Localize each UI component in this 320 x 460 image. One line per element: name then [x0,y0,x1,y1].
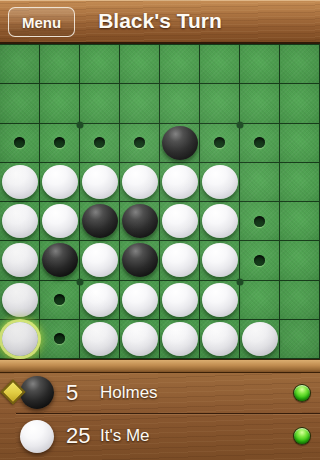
legal-move-indicator [254,216,265,227]
legal-move-indicator [54,137,65,148]
legal-move-indicator [134,137,145,148]
legal-move-indicator [254,137,265,148]
cell-r1c1[interactable] [0,45,40,84]
player-row-black: 5 Holmes [0,373,320,412]
cell-r4c4[interactable] [120,163,160,202]
cell-r2c1[interactable] [0,84,40,123]
cell-r2c7[interactable] [240,84,280,123]
cell-r7c4[interactable] [120,281,160,320]
white-disc [122,283,158,317]
cell-r6c4[interactable] [120,241,160,280]
game-board [0,44,320,359]
white-disc [2,283,38,317]
cell-r3c1[interactable] [0,124,40,163]
cell-r1c8[interactable] [280,45,320,84]
black-disc [162,126,198,160]
cell-r7c1[interactable] [0,281,40,320]
cell-r2c3[interactable] [80,84,120,123]
white-disc [122,322,158,356]
cell-r4c8[interactable] [280,163,320,202]
star-point [77,278,84,285]
cell-r1c5[interactable] [160,45,200,84]
score-panel: 5 Holmes 25 It's Me [0,373,320,460]
white-disc [162,243,198,277]
white-disc [82,165,118,199]
legal-move-indicator [94,137,105,148]
black-disc [42,243,78,277]
cell-r6c7[interactable] [240,241,280,280]
cell-r5c6[interactable] [200,202,240,241]
board-bottom-rail [0,359,320,373]
cell-r8c2[interactable] [40,320,80,359]
white-disc [82,322,118,356]
cell-r1c4[interactable] [120,45,160,84]
white-disc-icon [20,420,54,453]
cell-r7c2[interactable] [40,281,80,320]
cell-r4c5[interactable] [160,163,200,202]
cell-r5c2[interactable] [40,202,80,241]
star-point [237,121,244,128]
cell-r3c3[interactable] [80,124,120,163]
cell-r2c5[interactable] [160,84,200,123]
cell-r3c7[interactable] [240,124,280,163]
cell-r5c3[interactable] [80,202,120,241]
cell-r8c5[interactable] [160,320,200,359]
cell-r1c3[interactable] [80,45,120,84]
cell-r7c8[interactable] [280,281,320,320]
white-disc [202,283,238,317]
cell-r6c5[interactable] [160,241,200,280]
cell-r8c4[interactable] [120,320,160,359]
cell-r6c6[interactable] [200,241,240,280]
cell-r4c3[interactable] [80,163,120,202]
cell-r1c6[interactable] [200,45,240,84]
legal-move-indicator [214,137,225,148]
cell-r6c1[interactable] [0,241,40,280]
cell-r5c5[interactable] [160,202,200,241]
white-disc [162,165,198,199]
black-player-name: Holmes [100,383,158,403]
white-disc [202,165,238,199]
cell-r3c2[interactable] [40,124,80,163]
star-point [77,121,84,128]
cell-r2c8[interactable] [280,84,320,123]
white-disc [202,204,238,238]
cell-r5c1[interactable] [0,202,40,241]
legal-move-indicator [254,255,265,266]
white-score: 25 [66,423,100,449]
cell-r5c8[interactable] [280,202,320,241]
cell-r8c7[interactable] [240,320,280,359]
white-disc [82,283,118,317]
cell-r1c2[interactable] [40,45,80,84]
white-disc [122,165,158,199]
black-disc [82,204,118,238]
nav-bar: Menu Black's Turn [0,0,320,44]
white-disc [2,204,38,238]
cell-r4c7[interactable] [240,163,280,202]
cell-r1c7[interactable] [240,45,280,84]
cell-r8c1[interactable] [0,320,40,359]
white-row-led-icon [293,427,311,445]
cell-r4c2[interactable] [40,163,80,202]
white-player-name: It's Me [100,426,150,446]
legal-move-indicator [54,294,65,305]
cell-r6c8[interactable] [280,241,320,280]
cell-r5c7[interactable] [240,202,280,241]
cell-r4c1[interactable] [0,163,40,202]
player-row-white: 25 It's Me [0,414,320,458]
black-score: 5 [66,380,100,406]
cell-r6c2[interactable] [40,241,80,280]
white-disc [202,243,238,277]
cell-r7c5[interactable] [160,281,200,320]
white-disc [202,322,238,356]
white-disc [2,243,38,277]
cell-r7c3[interactable] [80,281,120,320]
white-disc [82,243,118,277]
cell-r3c8[interactable] [280,124,320,163]
cell-r4c6[interactable] [200,163,240,202]
white-disc-last-move [2,322,38,356]
white-disc [2,165,38,199]
legal-move-indicator [54,333,65,344]
black-disc [122,204,158,238]
cell-r8c8[interactable] [280,320,320,359]
cell-r6c3[interactable] [80,241,120,280]
star-point [237,278,244,285]
black-row-led-icon [293,384,311,402]
white-disc [162,283,198,317]
menu-button[interactable]: Menu [8,7,75,37]
cell-r8c6[interactable] [200,320,240,359]
white-disc [162,204,198,238]
black-disc [122,243,158,277]
cell-r2c6[interactable] [200,84,240,123]
white-disc [42,165,78,199]
cell-r7c6[interactable] [200,281,240,320]
white-disc [42,204,78,238]
white-disc [162,322,198,356]
cell-r5c4[interactable] [120,202,160,241]
cell-r7c7[interactable] [240,281,280,320]
cell-r3c5[interactable] [160,124,200,163]
othello-app: Menu Black's Turn 5 Holmes 25 It's Me [0,0,320,460]
legal-move-indicator [14,137,25,148]
cell-r3c6[interactable] [200,124,240,163]
cell-r3c4[interactable] [120,124,160,163]
cell-r8c3[interactable] [80,320,120,359]
cell-r2c2[interactable] [40,84,80,123]
white-disc [242,322,278,356]
cell-r2c4[interactable] [120,84,160,123]
